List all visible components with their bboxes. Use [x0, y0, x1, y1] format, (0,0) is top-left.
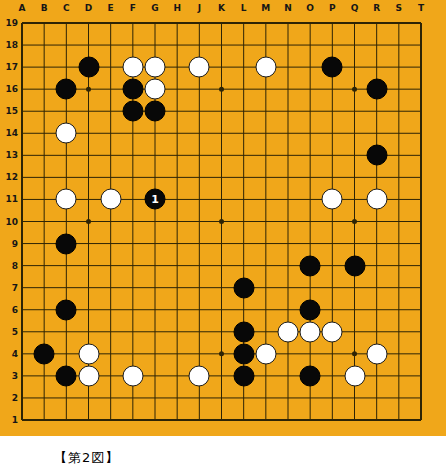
row-label-18: 18 — [5, 41, 18, 50]
stone-white-o5 — [300, 321, 321, 342]
stone-white-m17 — [255, 57, 276, 78]
stone-black-o8 — [300, 255, 321, 276]
col-label-T: T — [418, 4, 424, 13]
row-label-16: 16 — [5, 85, 18, 94]
col-label-A: A — [19, 4, 26, 13]
col-label-D: D — [85, 4, 92, 13]
col-label-O: O — [306, 4, 314, 13]
stone-white-f3 — [122, 365, 143, 386]
col-label-C: C — [63, 4, 70, 13]
col-label-F: F — [130, 4, 136, 13]
stone-white-j17 — [189, 57, 210, 78]
row-label-8: 8 — [12, 261, 18, 270]
stone-white-q3 — [344, 365, 365, 386]
row-label-5: 5 — [12, 327, 18, 336]
caption-strip: 【第2図】 — [0, 436, 446, 475]
stone-white-e11 — [100, 189, 121, 210]
go-board[interactable]: ABCDEFGHJKLMNOPQRST 19181716151413121110… — [0, 0, 446, 436]
row-label-2: 2 — [12, 393, 18, 402]
stone-black-c9 — [56, 233, 77, 254]
col-label-N: N — [284, 4, 292, 13]
col-label-J: J — [198, 4, 201, 13]
row-label-15: 15 — [5, 107, 18, 116]
stone-white-r4 — [366, 343, 387, 364]
stone-white-j3 — [189, 365, 210, 386]
stone-white-n5 — [278, 321, 299, 342]
stone-black-l5 — [233, 321, 254, 342]
col-label-Q: Q — [351, 4, 359, 13]
stone-black-f15 — [122, 101, 143, 122]
col-label-P: P — [329, 4, 336, 13]
col-label-H: H — [173, 4, 181, 13]
stone-white-p11 — [322, 189, 343, 210]
col-label-B: B — [41, 4, 48, 13]
stone-white-g16 — [145, 79, 166, 100]
stone-white-p5 — [322, 321, 343, 342]
row-label-9: 9 — [12, 239, 18, 248]
stone-black-c3 — [56, 365, 77, 386]
stone-white-c11 — [56, 189, 77, 210]
stone-black-p17 — [322, 57, 343, 78]
col-label-E: E — [108, 4, 114, 13]
stone-black-q8 — [344, 255, 365, 276]
col-label-K: K — [218, 4, 225, 13]
stone-black-r13 — [366, 145, 387, 166]
col-label-S: S — [396, 4, 402, 13]
stone-black-l7 — [233, 277, 254, 298]
row-label-10: 10 — [5, 217, 18, 226]
stone-black-c16 — [56, 79, 77, 100]
stone-black-b4 — [34, 343, 55, 364]
move-number-1: 1 — [151, 194, 159, 205]
row-label-12: 12 — [5, 173, 18, 182]
stone-black-d17 — [78, 57, 99, 78]
stone-white-g17 — [145, 57, 166, 78]
stone-black-l3 — [233, 365, 254, 386]
stone-black-c6 — [56, 299, 77, 320]
row-label-4: 4 — [12, 349, 18, 358]
stone-white-d3 — [78, 365, 99, 386]
stone-black-o6 — [300, 299, 321, 320]
col-label-M: M — [261, 4, 270, 13]
stone-black-f16 — [122, 79, 143, 100]
stone-white-f17 — [122, 57, 143, 78]
go-diagram-page: ABCDEFGHJKLMNOPQRST 19181716151413121110… — [0, 0, 446, 475]
stone-white-r11 — [366, 189, 387, 210]
row-label-1: 1 — [12, 416, 18, 425]
stone-white-c14 — [56, 123, 77, 144]
row-label-7: 7 — [12, 283, 18, 292]
row-label-13: 13 — [5, 151, 18, 160]
stone-black-g11: 1 — [145, 189, 166, 210]
stone-black-g15 — [145, 101, 166, 122]
stone-black-r16 — [366, 79, 387, 100]
stone-black-l4 — [233, 343, 254, 364]
row-label-3: 3 — [12, 371, 18, 380]
col-label-G: G — [151, 4, 158, 13]
col-label-R: R — [373, 4, 380, 13]
stone-white-d4 — [78, 343, 99, 364]
stone-white-m4 — [255, 343, 276, 364]
figure-caption: 【第2図】 — [54, 449, 119, 467]
col-label-L: L — [241, 4, 247, 13]
row-label-17: 17 — [5, 63, 18, 72]
stone-black-o3 — [300, 365, 321, 386]
row-label-6: 6 — [12, 305, 18, 314]
row-label-11: 11 — [5, 195, 18, 204]
row-label-14: 14 — [5, 129, 18, 138]
row-label-19: 19 — [5, 19, 18, 28]
